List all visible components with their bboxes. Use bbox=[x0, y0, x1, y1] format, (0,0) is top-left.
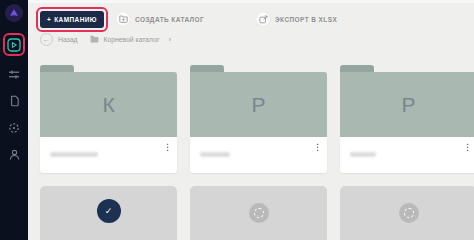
card-menu-button[interactable]: ⋮ bbox=[313, 143, 322, 152]
export-xlsx-button[interactable]: ЭКСПОРТ В XLSX bbox=[256, 12, 337, 26]
sidebar-item-settings[interactable] bbox=[5, 119, 23, 137]
card-menu-button[interactable]: ⋮ bbox=[163, 143, 172, 152]
create-catalog-button[interactable]: СОЗДАТЬ КАТАЛОГ bbox=[116, 12, 204, 26]
export-xlsx-label: ЭКСПОРТ В XLSX bbox=[275, 16, 337, 23]
folder-thumbnail: Р bbox=[340, 72, 474, 137]
folder-tab bbox=[40, 65, 74, 72]
tile-card[interactable]: ✓ bbox=[40, 186, 177, 240]
folder-thumbnail: К bbox=[40, 72, 177, 137]
back-label: Назад bbox=[58, 36, 77, 43]
folder-title-redacted bbox=[50, 152, 98, 157]
folder-icon bbox=[90, 35, 99, 43]
folder-card[interactable]: Р ⋮ bbox=[340, 65, 474, 173]
plus-icon: + bbox=[47, 16, 51, 23]
campaign-button-label: КАМПАНИЮ bbox=[54, 16, 97, 23]
breadcrumb-path[interactable]: Корневой каталог bbox=[103, 36, 159, 43]
play-icon bbox=[7, 38, 21, 52]
tile-grid: ✓ bbox=[40, 186, 474, 240]
folder-title-redacted bbox=[350, 152, 376, 157]
processing-spinner-badge bbox=[249, 203, 269, 223]
tile-card[interactable] bbox=[190, 186, 327, 240]
card-menu-button[interactable]: ⋮ bbox=[463, 143, 472, 152]
folder-card-footer: ⋮ bbox=[190, 137, 327, 173]
sidebar-item-campaigns[interactable] bbox=[5, 36, 23, 54]
toolbar: + КАМПАНИЮ СОЗДАТЬ КАТАЛОГ ЭКСПОРТ В XLS… bbox=[36, 6, 337, 32]
logo-triangle-icon bbox=[8, 7, 20, 19]
folder-tab bbox=[340, 65, 374, 72]
folder-grid: К ⋮ Р ⋮ Р ⋮ bbox=[40, 65, 474, 173]
chevron-right-icon: › bbox=[168, 35, 171, 44]
folder-card[interactable]: Р ⋮ bbox=[190, 65, 327, 173]
back-button[interactable]: ← Назад bbox=[40, 33, 77, 46]
back-arrow-icon: ← bbox=[40, 33, 53, 46]
selected-check-badge[interactable]: ✓ bbox=[97, 199, 121, 223]
folder-card-footer: ⋮ bbox=[40, 137, 177, 173]
folder-plus-icon bbox=[116, 12, 130, 26]
breadcrumb: ← Назад Корневой каталог › bbox=[40, 32, 171, 46]
folder-card-footer: ⋮ bbox=[340, 137, 474, 173]
folder-title-redacted bbox=[200, 152, 230, 157]
app-logo[interactable] bbox=[5, 4, 23, 22]
file-icon bbox=[9, 95, 20, 107]
sidebar bbox=[0, 0, 28, 240]
annotation-highlight-button: + КАМПАНИЮ bbox=[36, 7, 108, 32]
folder-letter: Р bbox=[401, 93, 415, 117]
tile-card[interactable] bbox=[340, 186, 474, 240]
folder-letter: К bbox=[102, 93, 114, 117]
annotation-highlight-sidebar bbox=[3, 33, 25, 56]
folder-card[interactable]: К ⋮ bbox=[40, 65, 177, 173]
folder-thumbnail: Р bbox=[190, 72, 327, 137]
gear-icon bbox=[8, 122, 20, 134]
folder-tab bbox=[190, 65, 224, 72]
export-icon bbox=[256, 12, 270, 26]
sidebar-item-filters[interactable] bbox=[5, 65, 23, 83]
processing-spinner-badge bbox=[399, 203, 419, 223]
user-icon bbox=[9, 149, 20, 161]
folder-letter: Р bbox=[251, 93, 265, 117]
create-catalog-label: СОЗДАТЬ КАТАЛОГ bbox=[135, 16, 204, 23]
spinner-icon bbox=[404, 208, 414, 218]
sliders-icon bbox=[8, 69, 20, 80]
campaign-button[interactable]: + КАМПАНИЮ bbox=[40, 11, 104, 28]
sidebar-item-documents[interactable] bbox=[5, 92, 23, 110]
sidebar-item-profile[interactable] bbox=[5, 146, 23, 164]
spinner-icon bbox=[254, 208, 264, 218]
window-top-edge bbox=[28, 0, 474, 3]
